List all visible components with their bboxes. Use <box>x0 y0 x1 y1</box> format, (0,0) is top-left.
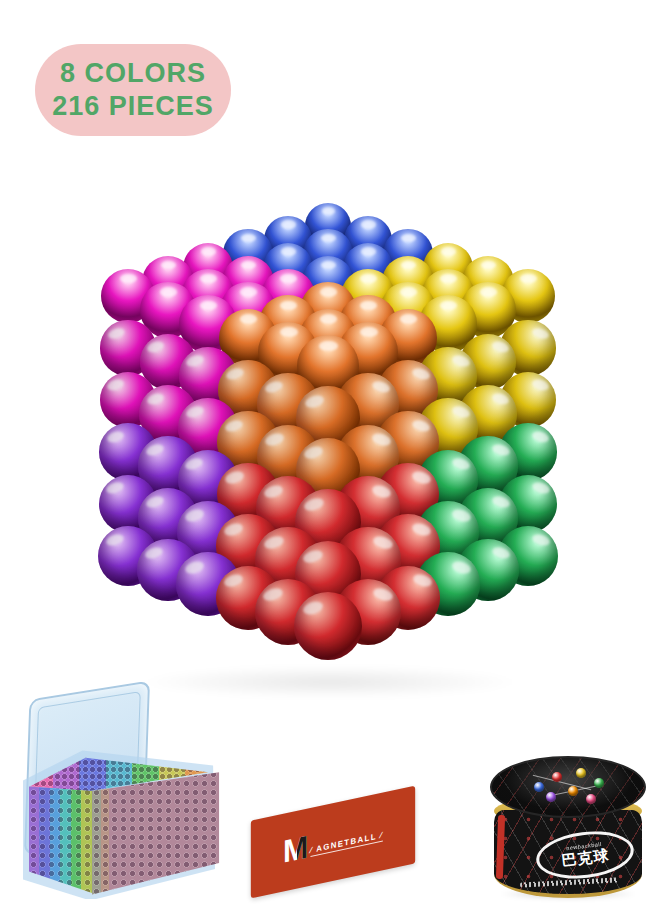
product-image: 8 COLORS 216 PIECES MM AGNETBALL newbac <box>0 0 660 904</box>
logo-text: AGNETBALL <box>310 830 383 857</box>
tin-lid <box>490 756 646 818</box>
tin-small-print <box>520 877 618 887</box>
magnet-ball-red <box>294 592 362 660</box>
tin-lid-ball-dot <box>594 778 604 788</box>
tin-lid-ball-dot <box>546 792 556 802</box>
tin-lid-ball-dot <box>552 772 562 782</box>
brand-card: MM AGNETBALL <box>251 786 415 899</box>
thumbnail-tin-can: newbackball 巴克球 <box>482 756 654 902</box>
tin-lid-ball-dot <box>586 794 596 804</box>
tin-body: newbackball 巴克球 <box>494 810 642 898</box>
box-body <box>26 752 212 896</box>
tin-red-stripe <box>496 815 505 879</box>
magnetball-logo: MM AGNETBALL <box>283 818 383 866</box>
tin-lid-ball-dot <box>534 782 544 792</box>
tin-lid-ball-dot <box>568 786 578 796</box>
tin-lid-ball-dot <box>576 768 586 778</box>
logo-letter-m: MM <box>283 834 308 866</box>
thumbnail-brand-card: MM AGNETBALL <box>233 788 438 900</box>
thumbnail-storage-box <box>12 690 217 900</box>
tin-logo-oval: newbackball 巴克球 <box>534 826 637 884</box>
